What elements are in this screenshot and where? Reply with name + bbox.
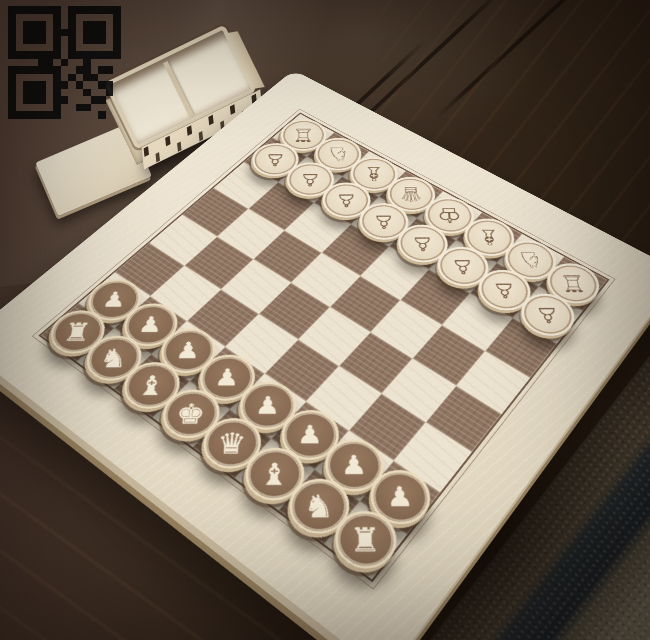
piece-glyph: ♕ <box>398 184 424 204</box>
qr-module <box>8 96 16 104</box>
qr-module <box>83 96 91 104</box>
qr-module <box>23 6 31 14</box>
qr-module <box>106 111 114 119</box>
qr-module <box>113 29 121 37</box>
qr-watermark <box>8 6 121 119</box>
qr-module <box>76 81 84 89</box>
qr-module <box>106 29 114 37</box>
qr-module <box>83 111 91 119</box>
qr-module <box>83 66 91 74</box>
qr-module <box>68 6 76 14</box>
qr-module <box>83 89 91 97</box>
qr-module <box>68 96 76 104</box>
piece-glyph: ♟ <box>214 366 240 389</box>
qr-module <box>106 81 114 89</box>
qr-module <box>23 104 31 112</box>
qr-module <box>16 14 24 22</box>
qr-module <box>16 21 24 29</box>
qr-module <box>98 21 106 29</box>
qr-module <box>98 44 106 52</box>
qr-module <box>31 36 39 44</box>
qr-module <box>76 29 84 37</box>
qr-module <box>16 36 24 44</box>
qr-module <box>91 51 99 59</box>
qr-module <box>8 14 16 22</box>
qr-module <box>113 111 121 119</box>
qr-module <box>98 36 106 44</box>
qr-module <box>91 81 99 89</box>
qr-module <box>61 74 69 82</box>
qr-module <box>31 74 39 82</box>
qr-module <box>8 66 16 74</box>
piece-glyph: ♜ <box>350 523 382 556</box>
qr-module <box>98 29 106 37</box>
qr-module <box>23 44 31 52</box>
qr-module <box>76 36 84 44</box>
piece-glyph: ♟ <box>386 483 414 510</box>
qr-module <box>83 74 91 82</box>
qr-module <box>53 66 61 74</box>
qr-module <box>76 89 84 97</box>
qr-module <box>113 89 121 97</box>
qr-module <box>23 21 31 29</box>
qr-module <box>53 36 61 44</box>
qr-module <box>53 44 61 52</box>
qr-module <box>98 6 106 14</box>
piece-glyph: ♖ <box>292 126 316 144</box>
qr-module <box>38 89 46 97</box>
piece-glyph: ♙ <box>492 280 518 300</box>
qr-module <box>83 21 91 29</box>
qr-module <box>76 44 84 52</box>
qr-module <box>76 6 84 14</box>
qr-module <box>38 111 46 119</box>
qr-module <box>8 51 16 59</box>
qr-module <box>68 74 76 82</box>
qr-module <box>8 104 16 112</box>
qr-module <box>91 29 99 37</box>
qr-module <box>91 66 99 74</box>
qr-module <box>31 104 39 112</box>
qr-module <box>68 66 76 74</box>
qr-module <box>31 66 39 74</box>
piece-glyph: ♗ <box>475 226 503 247</box>
qr-module <box>46 104 54 112</box>
qr-module <box>106 14 114 22</box>
qr-module <box>61 36 69 44</box>
qr-module <box>38 51 46 59</box>
qr-module <box>61 104 69 112</box>
qr-module <box>113 66 121 74</box>
qr-module <box>61 29 69 37</box>
qr-module <box>98 104 106 112</box>
qr-module <box>91 59 99 67</box>
qr-module <box>98 66 106 74</box>
qr-module <box>23 66 31 74</box>
qr-module <box>76 74 84 82</box>
qr-module <box>16 29 24 37</box>
piece-glyph: ♜ <box>62 320 94 345</box>
qr-module <box>16 51 24 59</box>
qr-module <box>83 51 91 59</box>
qr-module <box>53 81 61 89</box>
qr-module <box>106 74 114 82</box>
piece-glyph: ♞ <box>304 490 335 521</box>
qr-module <box>16 104 24 112</box>
qr-module <box>46 59 54 67</box>
qr-module <box>76 51 84 59</box>
qr-module <box>23 59 31 67</box>
qr-module <box>68 59 76 67</box>
qr-module <box>83 104 91 112</box>
qr-module <box>68 51 76 59</box>
qr-module <box>113 74 121 82</box>
qr-module <box>91 74 99 82</box>
qr-module <box>53 111 61 119</box>
qr-module <box>106 104 114 112</box>
qr-module <box>38 66 46 74</box>
qr-module <box>53 51 61 59</box>
qr-module <box>91 6 99 14</box>
qr-module <box>68 36 76 44</box>
qr-module <box>83 81 91 89</box>
qr-module <box>106 6 114 14</box>
qr-module <box>53 89 61 97</box>
qr-module <box>53 14 61 22</box>
qr-module <box>8 44 16 52</box>
qr-module <box>83 6 91 14</box>
qr-module <box>113 81 121 89</box>
piece-glyph: ♙ <box>534 304 561 325</box>
qr-module <box>76 21 84 29</box>
qr-module <box>76 111 84 119</box>
qr-module <box>113 14 121 22</box>
qr-module <box>23 111 31 119</box>
qr-module <box>83 44 91 52</box>
piece-glyph: ♙ <box>300 171 321 188</box>
qr-module <box>31 21 39 29</box>
qr-module <box>46 81 54 89</box>
qr-module <box>46 36 54 44</box>
qr-module <box>76 96 84 104</box>
qr-module <box>16 96 24 104</box>
qr-module <box>38 96 46 104</box>
qr-module <box>8 59 16 67</box>
qr-module <box>23 51 31 59</box>
qr-module <box>91 44 99 52</box>
qr-module <box>8 74 16 82</box>
qr-module <box>113 6 121 14</box>
qr-module <box>68 14 76 22</box>
qr-module <box>61 66 69 74</box>
qr-module <box>31 89 39 97</box>
qr-module <box>91 89 99 97</box>
piece-glyph: ♟ <box>137 314 164 335</box>
qr-module <box>106 51 114 59</box>
qr-module <box>91 36 99 44</box>
qr-module <box>91 104 99 112</box>
piece-glyph: ♞ <box>98 345 130 371</box>
qr-module <box>61 51 69 59</box>
qr-module <box>61 44 69 52</box>
qr-module <box>68 111 76 119</box>
qr-module <box>31 14 39 22</box>
qr-module <box>16 66 24 74</box>
piece-glyph: ♟ <box>341 452 368 478</box>
qr-module <box>38 81 46 89</box>
qr-module <box>31 29 39 37</box>
qr-module <box>53 6 61 14</box>
piece-glyph: ♖ <box>558 272 588 295</box>
qr-module <box>46 51 54 59</box>
qr-module <box>38 36 46 44</box>
qr-module <box>23 29 31 37</box>
qr-module <box>46 44 54 52</box>
qr-module <box>113 96 121 104</box>
qr-module <box>91 96 99 104</box>
qr-module <box>31 44 39 52</box>
qr-module <box>98 14 106 22</box>
qr-module <box>38 29 46 37</box>
scene: ♖♘♗♕♔♗♘♖♙♙♙♙♙♙♙♙♟♟♟♟♟♟♟♟♜♞♝♚♛♝♞♜ <box>0 0 650 640</box>
qr-module <box>8 6 16 14</box>
qr-module <box>61 14 69 22</box>
piece-glyph: ♙ <box>411 234 435 253</box>
qr-module <box>46 74 54 82</box>
qr-module <box>83 59 91 67</box>
qr-module <box>98 81 106 89</box>
qr-module <box>53 104 61 112</box>
piece-glyph: ♗ <box>362 164 387 183</box>
qr-module <box>46 29 54 37</box>
piece-glyph: ♙ <box>265 151 287 167</box>
qr-module <box>106 36 114 44</box>
qr-module <box>46 66 54 74</box>
qr-module <box>91 21 99 29</box>
qr-module <box>8 36 16 44</box>
qr-module <box>106 44 114 52</box>
qr-module <box>61 96 69 104</box>
qr-module <box>68 44 76 52</box>
qr-module <box>68 21 76 29</box>
qr-module <box>61 6 69 14</box>
qr-module <box>98 59 106 67</box>
qr-module <box>31 51 39 59</box>
piece-glyph: ♝ <box>136 372 168 399</box>
piece-glyph: ♔ <box>436 205 463 226</box>
qr-module <box>91 14 99 22</box>
qr-module <box>46 6 54 14</box>
qr-module <box>61 111 69 119</box>
qr-module <box>68 89 76 97</box>
qr-module <box>31 81 39 89</box>
qr-module <box>46 89 54 97</box>
qr-module <box>83 36 91 44</box>
piece-glyph: ♟ <box>297 422 323 447</box>
qr-module <box>68 81 76 89</box>
qr-module <box>46 96 54 104</box>
qr-module <box>113 51 121 59</box>
qr-module <box>23 96 31 104</box>
qr-module <box>8 111 16 119</box>
piece-glyph: ♙ <box>336 191 358 209</box>
qr-module <box>31 111 39 119</box>
qr-module <box>16 81 24 89</box>
piece-glyph: ♟ <box>101 289 128 310</box>
qr-module <box>68 29 76 37</box>
qr-module <box>98 74 106 82</box>
qr-module <box>38 59 46 67</box>
qr-module <box>76 104 84 112</box>
piece-glyph: ♝ <box>259 459 290 489</box>
qr-module <box>38 21 46 29</box>
qr-module <box>8 89 16 97</box>
qr-module <box>91 111 99 119</box>
qr-module <box>83 29 91 37</box>
piece-glyph: ♙ <box>451 256 476 276</box>
qr-module <box>46 111 54 119</box>
qr-module <box>53 59 61 67</box>
qr-module <box>31 59 39 67</box>
qr-module <box>8 21 16 29</box>
qr-module <box>46 14 54 22</box>
qr-module <box>68 104 76 112</box>
qr-module <box>83 14 91 22</box>
qr-module <box>31 6 39 14</box>
qr-module <box>53 74 61 82</box>
qr-module <box>106 59 114 67</box>
qr-module <box>53 96 61 104</box>
qr-module <box>38 6 46 14</box>
qr-module <box>23 14 31 22</box>
qr-module <box>16 44 24 52</box>
qr-module <box>31 96 39 104</box>
qr-module <box>61 81 69 89</box>
qr-module <box>16 59 24 67</box>
qr-module <box>76 14 84 22</box>
qr-module <box>106 21 114 29</box>
qr-module <box>38 74 46 82</box>
piece-glyph: ♙ <box>373 212 396 230</box>
qr-module <box>98 89 106 97</box>
qr-module <box>106 89 114 97</box>
qr-module <box>76 66 84 74</box>
qr-module <box>113 36 121 44</box>
qr-module <box>113 104 121 112</box>
qr-module <box>106 66 114 74</box>
qr-module <box>61 89 69 97</box>
qr-module <box>16 89 24 97</box>
qr-module <box>23 81 31 89</box>
qr-module <box>113 59 121 67</box>
qr-module <box>38 104 46 112</box>
piece-glyph: ♟ <box>255 394 281 418</box>
qr-module <box>113 21 121 29</box>
qr-module <box>98 51 106 59</box>
piece-glyph: ♟ <box>175 339 201 361</box>
piece-glyph: ♚ <box>175 400 206 428</box>
qr-module <box>23 89 31 97</box>
piece-glyph: ♛ <box>216 429 247 458</box>
qr-module <box>38 44 46 52</box>
qr-module <box>8 81 16 89</box>
qr-module <box>16 74 24 82</box>
qr-module <box>61 59 69 67</box>
qr-module <box>23 74 31 82</box>
qr-module <box>98 111 106 119</box>
qr-module <box>46 21 54 29</box>
qr-module <box>53 29 61 37</box>
piece-glyph: ♘ <box>516 249 545 271</box>
qr-module <box>23 36 31 44</box>
qr-module <box>16 6 24 14</box>
qr-module <box>76 59 84 67</box>
qr-module <box>113 44 121 52</box>
piece-glyph: ♘ <box>326 145 350 164</box>
qr-module <box>16 111 24 119</box>
qr-module <box>61 21 69 29</box>
qr-module <box>38 14 46 22</box>
qr-module <box>8 29 16 37</box>
qr-module <box>53 21 61 29</box>
qr-module <box>98 96 106 104</box>
qr-module <box>106 96 114 104</box>
